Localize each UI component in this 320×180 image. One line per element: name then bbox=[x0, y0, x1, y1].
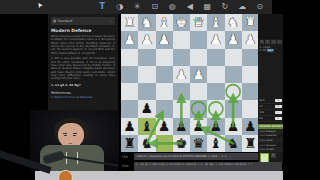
player-rating: 2520 bbox=[260, 134, 266, 137]
sidebar-tab-1[interactable]: ✎ bbox=[265, 40, 270, 44]
white-pawn: ♟ bbox=[193, 66, 205, 83]
square-g7[interactable]: ♝ bbox=[138, 118, 155, 135]
player-name: Azmai bbox=[266, 139, 273, 142]
square-d4[interactable]: ♟ bbox=[190, 66, 207, 83]
white-pawn: ♟ bbox=[124, 31, 136, 48]
square-d8[interactable]: ♛ bbox=[190, 135, 207, 152]
square-a8[interactable]: ♜ bbox=[242, 135, 259, 152]
square-a4[interactable] bbox=[242, 66, 259, 83]
square-e2[interactable] bbox=[173, 31, 190, 48]
square-b1[interactable]: ♞ bbox=[225, 14, 242, 31]
player-rating: 2560 bbox=[260, 130, 266, 133]
speaker-icon[interactable]: ◀ bbox=[185, 0, 196, 14]
stream-frame: T◑✳⊡◍◀▦↻☁⊙ ➤ ▣ Standard ⌄ Modern Defence… bbox=[0, 0, 320, 180]
square-b8[interactable]: ♞ bbox=[225, 135, 242, 152]
white-rook: ♜ bbox=[244, 14, 256, 31]
sidebar-header-area bbox=[258, 14, 283, 39]
square-a1[interactable]: ♜ bbox=[242, 14, 259, 31]
sidebar-tab-2[interactable]: ⋯ bbox=[271, 40, 276, 44]
game-row[interactable]: 2450McNab bbox=[258, 147, 283, 152]
white-pawn: ♟ bbox=[210, 31, 222, 48]
sidebar-tab-0[interactable]: ≡ bbox=[260, 40, 265, 44]
explorer-move: Nc3 bbox=[260, 99, 265, 102]
chapter-badge[interactable]: ▣ Standard ⌄ bbox=[51, 17, 115, 25]
square-a5[interactable] bbox=[242, 83, 259, 100]
power-icon[interactable]: ⊙ bbox=[255, 0, 266, 14]
eye bbox=[64, 135, 67, 136]
square-h4[interactable] bbox=[121, 66, 138, 83]
explorer-move: Nf3 bbox=[260, 111, 264, 114]
white-pawn: ♟ bbox=[244, 31, 256, 48]
square-c4[interactable] bbox=[207, 66, 224, 83]
square-g8[interactable]: ♞ bbox=[138, 135, 155, 152]
cloud-icon[interactable]: ☁ bbox=[237, 0, 248, 14]
image-icon[interactable]: ▦ bbox=[202, 0, 213, 14]
current-move-chip[interactable]: Bg7 bbox=[267, 49, 274, 52]
explorer-move: h4 bbox=[260, 117, 263, 120]
crop-icon[interactable]: ⊡ bbox=[150, 0, 161, 14]
reference-item: 1. Modern Defence at Wikipedia bbox=[51, 96, 115, 99]
square-f8[interactable] bbox=[156, 135, 173, 152]
black-pawn: ♟ bbox=[227, 118, 239, 135]
square-h1[interactable]: ♜ bbox=[121, 14, 138, 31]
square-d3[interactable] bbox=[190, 49, 207, 66]
square-f4[interactable] bbox=[156, 66, 173, 83]
study-paragraph-1: White now has several choices of pawn st… bbox=[51, 35, 115, 55]
square-b5[interactable] bbox=[225, 83, 242, 100]
square-e7[interactable]: ♟ bbox=[173, 118, 190, 135]
pgn-label: PGN bbox=[122, 164, 128, 168]
player-rating: 2450 bbox=[260, 148, 266, 151]
eyebrow bbox=[73, 133, 77, 134]
square-c7[interactable]: ♟ bbox=[207, 118, 224, 135]
black-bishop: ♝ bbox=[210, 135, 222, 152]
white-king: ♚ bbox=[175, 14, 187, 31]
square-a2[interactable]: ♟ bbox=[242, 31, 259, 48]
study-paragraph-2: 3. Nf3 is also possible and will transpo… bbox=[51, 57, 115, 81]
black-pawn: ♟ bbox=[175, 118, 187, 135]
wikipedia-link[interactable]: Modern Defence at Wikipedia bbox=[54, 96, 92, 99]
square-g4[interactable] bbox=[138, 66, 155, 83]
black-margin bbox=[283, 0, 320, 180]
square-c6[interactable] bbox=[207, 100, 224, 117]
square-b4[interactable] bbox=[225, 66, 242, 83]
camera-icon[interactable]: ◍ bbox=[167, 0, 178, 14]
square-f1[interactable]: ♝ bbox=[156, 14, 173, 31]
pgn-input[interactable]: 1. e4 g6 { A00 King's Fianchetto Opening… bbox=[134, 162, 282, 172]
square-h6[interactable] bbox=[121, 100, 138, 117]
black-king: ♚ bbox=[175, 135, 187, 152]
top-games-list: 2560Kasparov2520Speelman2495Azmai2470Nor… bbox=[258, 129, 283, 152]
square-g2[interactable]: ♟ bbox=[138, 31, 155, 48]
player-rating: 2470 bbox=[260, 144, 266, 147]
square-e5[interactable] bbox=[173, 83, 190, 100]
text-tool-icon[interactable]: T bbox=[97, 0, 108, 14]
white-rook: ♜ bbox=[124, 14, 136, 31]
white-pawn: ♟ bbox=[227, 31, 239, 48]
square-d2[interactable] bbox=[190, 31, 207, 48]
move-row[interactable]: 2. d4 Bg7 bbox=[260, 49, 282, 52]
white-queen: ♛ bbox=[193, 14, 205, 31]
square-a3[interactable] bbox=[242, 49, 259, 66]
square-a7[interactable]: ♟ bbox=[242, 118, 259, 135]
move-text: 2. d4 bbox=[260, 49, 267, 52]
square-f3[interactable] bbox=[156, 49, 173, 66]
square-d5[interactable] bbox=[190, 83, 207, 100]
square-d1[interactable]: ♛ bbox=[190, 14, 207, 31]
square-g3[interactable] bbox=[138, 49, 155, 66]
last-move-highlight bbox=[156, 135, 173, 152]
square-g6[interactable]: ♟ bbox=[138, 100, 155, 117]
chevron-down-icon: ⌄ bbox=[110, 19, 113, 23]
square-h5[interactable] bbox=[121, 83, 138, 100]
square-e6[interactable] bbox=[173, 100, 190, 117]
square-b2[interactable]: ♟ bbox=[225, 31, 242, 48]
white-pawn: ♟ bbox=[141, 31, 153, 48]
player-name: Speelman bbox=[266, 134, 277, 137]
square-d6[interactable] bbox=[190, 100, 207, 117]
square-a6[interactable] bbox=[242, 100, 259, 117]
black-rook: ♜ bbox=[124, 135, 136, 152]
eyebrow bbox=[63, 133, 67, 134]
black-pawn: ♟ bbox=[124, 118, 136, 135]
black-knight: ♞ bbox=[227, 135, 239, 152]
explorer-stat-bar: 30 bbox=[275, 105, 282, 109]
square-b3[interactable] bbox=[225, 49, 242, 66]
explorer-row-h4[interactable]: h48 bbox=[258, 116, 283, 122]
square-c2[interactable]: ♟ bbox=[207, 31, 224, 48]
explorer-move: c4 bbox=[260, 105, 263, 108]
chess-board[interactable]: ♜♞♝♚♛♝♞♜♟♟♟♟♟♟♟♟♟♟♝♟♟♟♟♟♟♜♞♚♛♝♞♜ bbox=[121, 14, 259, 152]
black-pawn: ♟ bbox=[210, 118, 222, 135]
white-knight: ♞ bbox=[141, 14, 153, 31]
square-d7[interactable]: ♟ bbox=[190, 118, 207, 135]
redo-icon[interactable]: ↻ bbox=[220, 0, 231, 14]
square-c5[interactable] bbox=[207, 83, 224, 100]
black-pawn: ♟ bbox=[193, 118, 205, 135]
white-pawn: ♟ bbox=[158, 31, 170, 48]
square-b7[interactable]: ♟ bbox=[225, 118, 242, 135]
white-pawn: ♟ bbox=[175, 66, 187, 83]
white-knight: ♞ bbox=[227, 14, 239, 31]
shield-icon: ▣ bbox=[53, 19, 56, 23]
black-bishop: ♝ bbox=[141, 118, 153, 135]
square-e1[interactable]: ♚ bbox=[173, 14, 190, 31]
main-line-moves: 1. e4 g6 2. d4 Bg7 bbox=[51, 83, 115, 87]
page-title: Modern Defence bbox=[51, 28, 115, 33]
streamer-logo bbox=[58, 170, 73, 180]
fen-label: FEN bbox=[122, 155, 128, 159]
white-bishop: ♝ bbox=[210, 14, 222, 31]
explorer-stat-bar: 8 bbox=[275, 117, 282, 121]
eye-icon[interactable]: ✳ bbox=[132, 0, 143, 14]
black-queen: ♛ bbox=[193, 135, 205, 152]
move-list: 1. e4 g6 2. d4 Bg7 bbox=[258, 46, 283, 53]
explorer-stat-bar: 38 bbox=[275, 99, 282, 103]
square-h3[interactable] bbox=[121, 49, 138, 66]
webcam-video bbox=[30, 110, 119, 171]
player-rating: 2495 bbox=[260, 139, 266, 142]
square-h8[interactable]: ♜ bbox=[121, 135, 138, 152]
square-c1[interactable]: ♝ bbox=[207, 14, 224, 31]
square-f7[interactable]: ♟ bbox=[156, 118, 173, 135]
player-name: Kasparov bbox=[266, 130, 276, 133]
black-pawn: ♟ bbox=[244, 118, 256, 135]
fen-input[interactable]: rnbqk1nr/ppppppbp/6p1/8/3PP3/8/PPP2PPP/R… bbox=[134, 153, 258, 160]
sidebar-tab-3[interactable]: + bbox=[277, 40, 282, 44]
square-g1[interactable]: ♞ bbox=[138, 14, 155, 31]
square-h2[interactable]: ♟ bbox=[121, 31, 138, 48]
square-e8[interactable]: ♚ bbox=[173, 135, 190, 152]
square-b6[interactable] bbox=[225, 100, 242, 117]
player-name: Norwood bbox=[266, 144, 276, 147]
black-knight: ♞ bbox=[141, 135, 153, 152]
player-name: McNab bbox=[266, 148, 273, 151]
square-e3[interactable] bbox=[173, 49, 190, 66]
square-f5[interactable] bbox=[156, 83, 173, 100]
analysis-sidebar: ≡✎⋯+ 1. e4 g6 2. d4 Bg7 Nc338c430Nf317h4… bbox=[258, 14, 283, 163]
square-f6[interactable] bbox=[156, 100, 173, 117]
square-g5[interactable] bbox=[138, 83, 155, 100]
contrast-icon[interactable]: ◑ bbox=[115, 0, 126, 14]
sidebar-tabs: ≡✎⋯+ bbox=[258, 40, 283, 44]
black-pawn: ♟ bbox=[158, 118, 170, 135]
explorer-stat-bar: 17 bbox=[275, 111, 282, 115]
settings-icon[interactable]: ⚒ bbox=[271, 153, 276, 158]
eye bbox=[73, 135, 76, 136]
square-e4[interactable]: ♟ bbox=[173, 66, 190, 83]
black-rook: ♜ bbox=[244, 135, 256, 152]
square-f2[interactable]: ♟ bbox=[156, 31, 173, 48]
square-c3[interactable] bbox=[207, 49, 224, 66]
references-heading: References bbox=[51, 91, 115, 95]
opening-explorer: Nc338c430Nf317h48 bbox=[258, 98, 283, 122]
white-bishop: ♝ bbox=[158, 14, 170, 31]
black-pawn: ♟ bbox=[141, 100, 153, 117]
square-h7[interactable]: ♟ bbox=[121, 118, 138, 135]
chapter-badge-label: Standard bbox=[58, 19, 73, 23]
square-c8[interactable]: ♝ bbox=[207, 135, 224, 152]
